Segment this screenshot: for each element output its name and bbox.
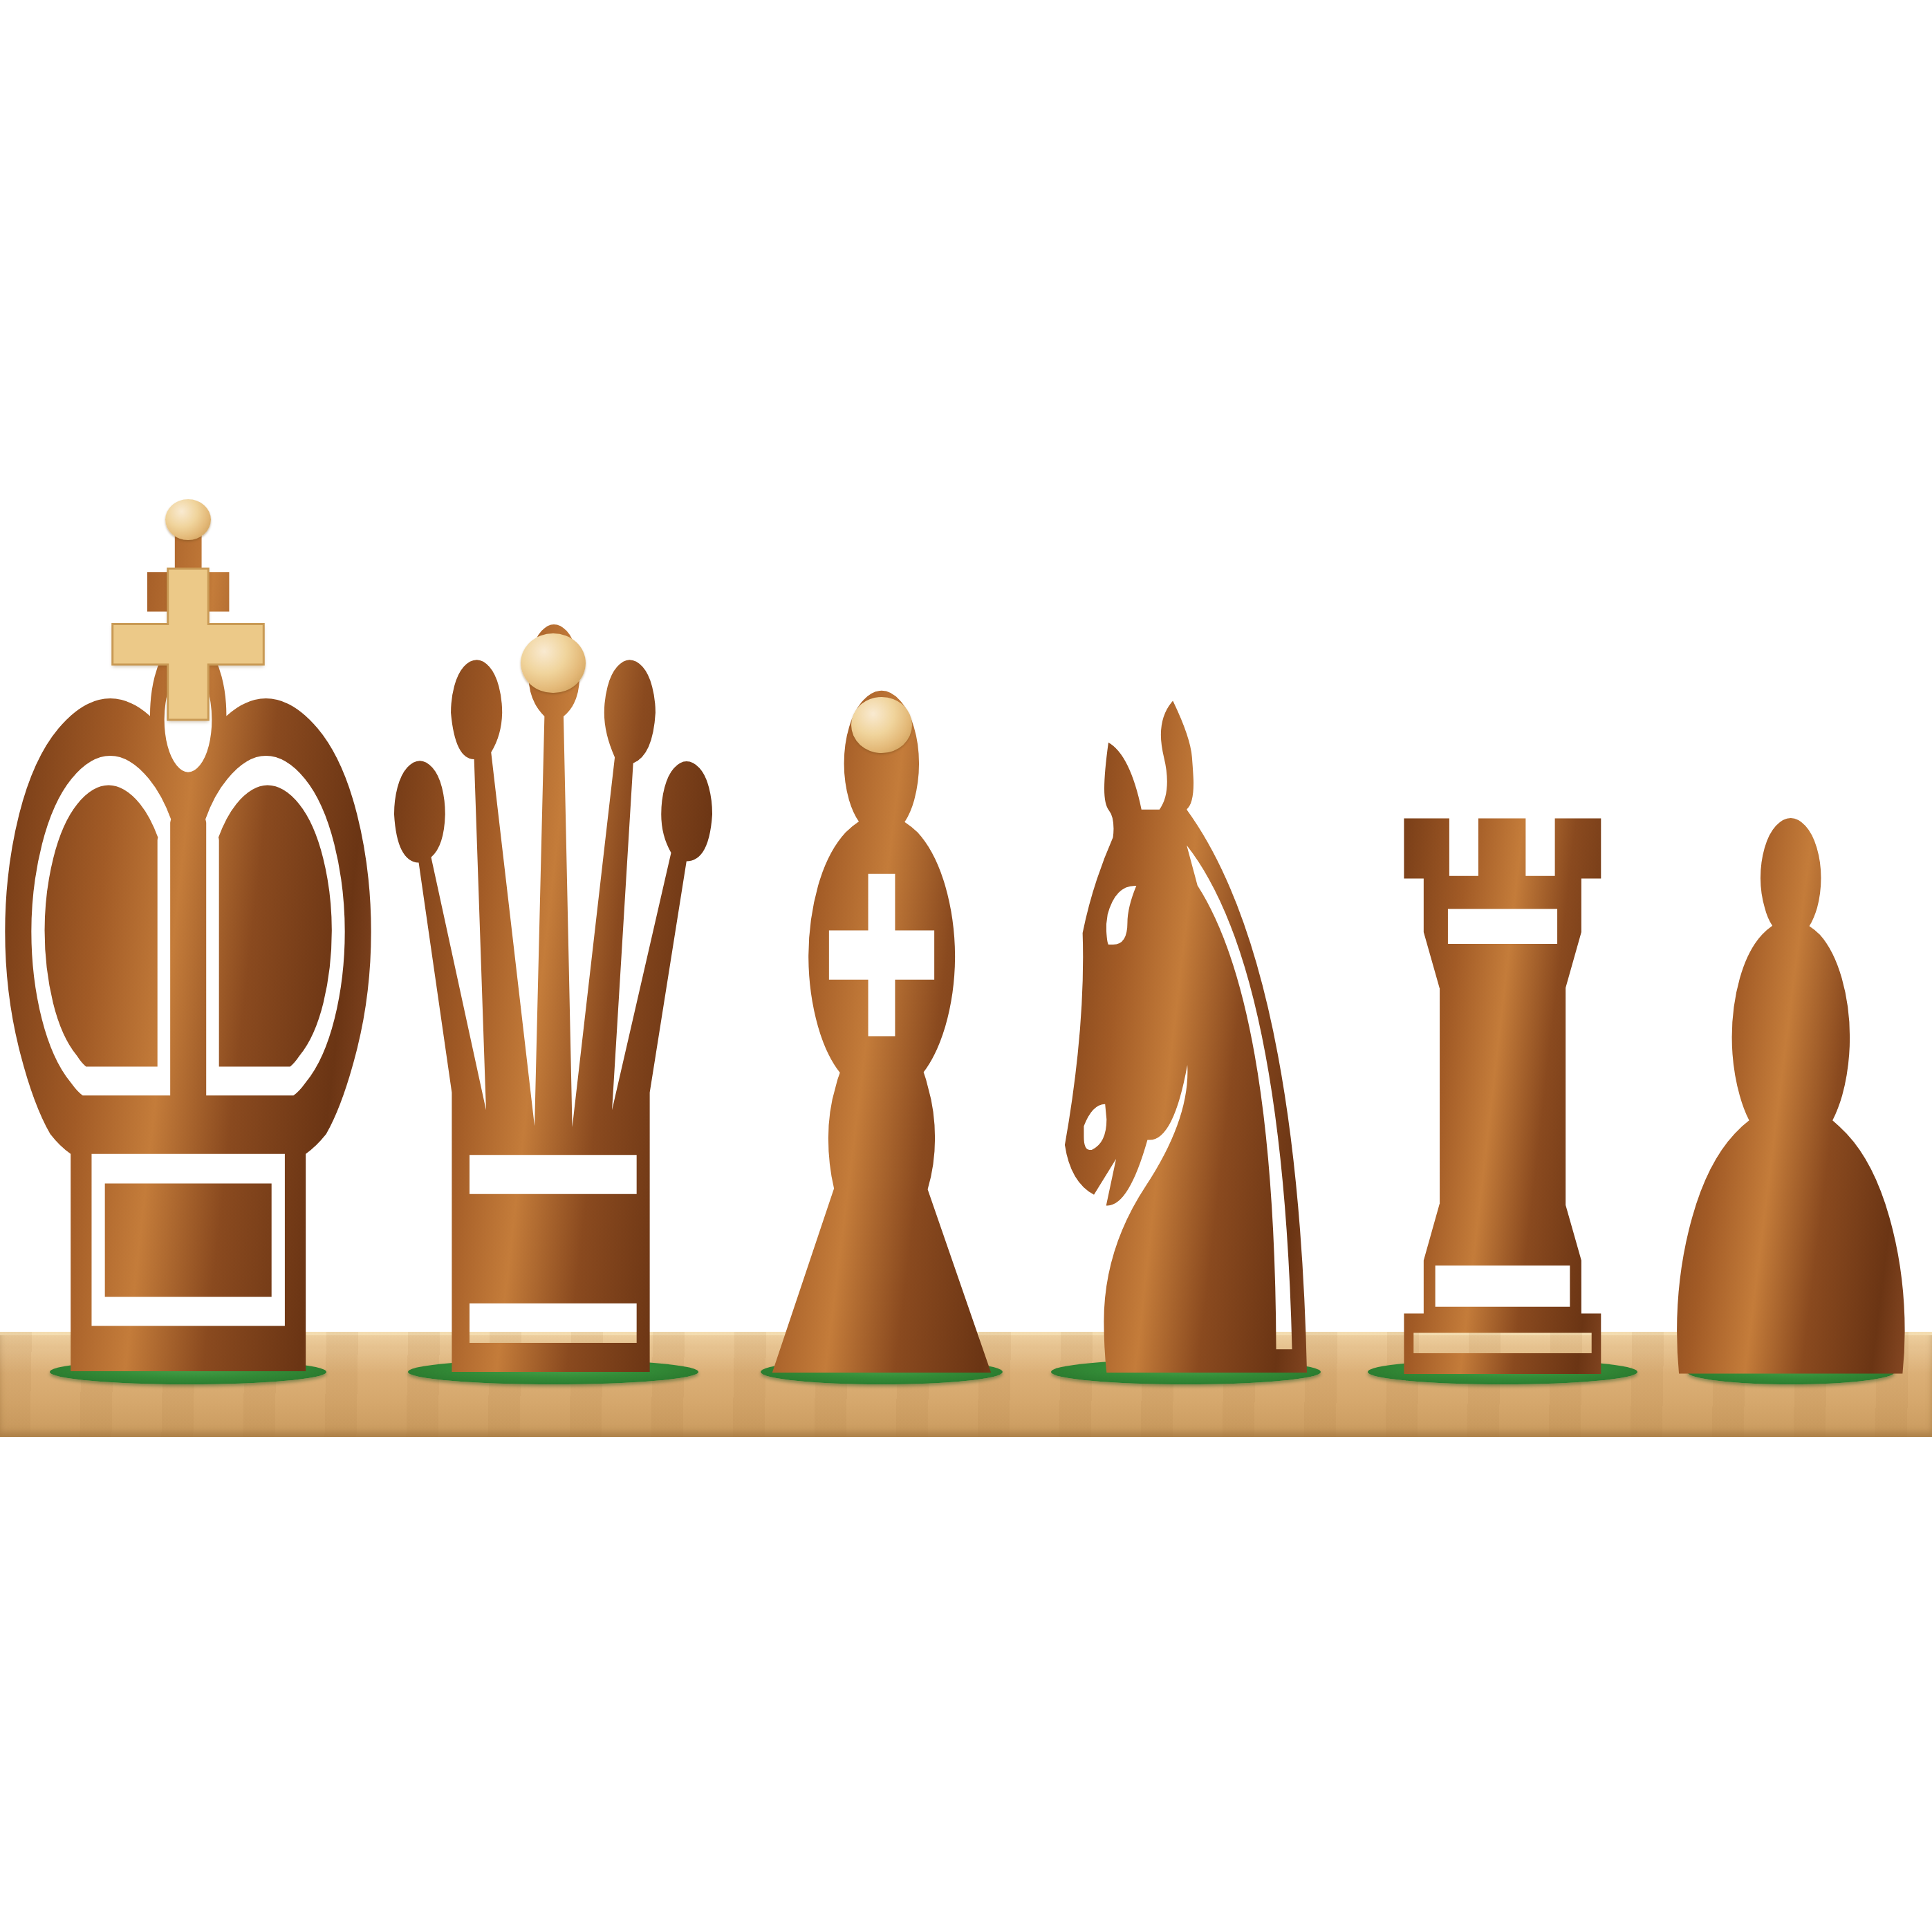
king-boxwood-cross-finial: ✚ [101,545,275,752]
bishop-boxwood-ball-finial [851,697,912,753]
piece-rook: ♜ [1346,730,1660,1376]
product-photo-canvas: ♚♛♝♞♜♟✚ [0,0,1932,1932]
piece-pawn: ♟ [1620,730,1932,1376]
queen-boxwood-ball-finial [521,633,586,693]
king-cross-tip-ball [165,499,211,540]
rook-glyph: ♜ [1346,730,1660,1490]
pawn-glyph: ♟ [1620,730,1932,1490]
knight-glyph: ♞ [996,595,1375,1514]
piece-knight: ♞ [996,595,1375,1377]
